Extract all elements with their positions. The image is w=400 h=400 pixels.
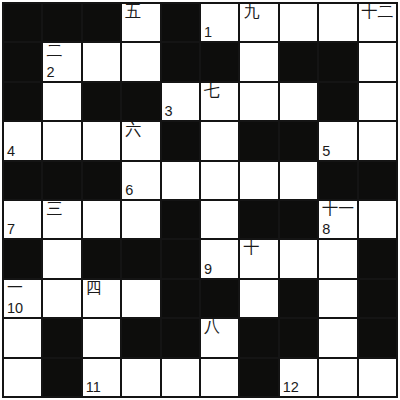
- grid-cell-r1c6[interactable]: 1: [201, 4, 238, 41]
- grid-cell-r2c10[interactable]: [359, 43, 396, 80]
- block-cell-r3c3: [83, 83, 120, 120]
- grid-cell-r1c4[interactable]: 五: [122, 4, 159, 41]
- block-cell-r5c9: [319, 162, 356, 199]
- block-cell-r2c8: [280, 43, 317, 80]
- grid-cell-r5c7[interactable]: [240, 162, 277, 199]
- block-cell-r2c1: [4, 43, 41, 80]
- grid-cell-r3c2[interactable]: [43, 83, 80, 120]
- block-cell-r7c4: [122, 240, 159, 277]
- grid-cell-r9c6[interactable]: 八: [201, 319, 238, 356]
- block-cell-r8c6: [201, 280, 238, 317]
- across-clue-number: 7: [7, 222, 15, 238]
- block-cell-r3c9: [319, 83, 356, 120]
- grid-cell-r8c4[interactable]: [122, 280, 159, 317]
- grid-cell-r3c8[interactable]: [280, 83, 317, 120]
- grid-cell-r10c10[interactable]: [359, 359, 396, 396]
- block-cell-r2c6: [201, 43, 238, 80]
- grid-cell-r8c1[interactable]: 一10: [4, 280, 41, 317]
- block-cell-r3c4: [122, 83, 159, 120]
- down-clue-number: 一: [7, 279, 23, 297]
- block-cell-r9c10: [359, 319, 396, 356]
- grid-cell-r6c1[interactable]: 7: [4, 201, 41, 238]
- block-cell-r6c8: [280, 201, 317, 238]
- grid-cell-r1c10[interactable]: 十二: [359, 4, 396, 41]
- crossword-page: 五1九十二二23七4六567三十一89十一10四八1112: [0, 0, 400, 400]
- grid-cell-r8c9[interactable]: [319, 280, 356, 317]
- grid-cell-r6c6[interactable]: [201, 201, 238, 238]
- down-clue-number: 六: [125, 121, 141, 139]
- grid-cell-r3c10[interactable]: [359, 83, 396, 120]
- block-cell-r7c5: [162, 240, 199, 277]
- across-clue-number: 2: [46, 65, 54, 81]
- grid-cell-r7c2[interactable]: [43, 240, 80, 277]
- block-cell-r5c10: [359, 162, 396, 199]
- block-cell-r1c2: [43, 4, 80, 41]
- grid-cell-r4c9[interactable]: 5: [319, 122, 356, 159]
- grid-cell-r10c1[interactable]: [4, 359, 41, 396]
- block-cell-r5c3: [83, 162, 120, 199]
- grid-cell-r4c4[interactable]: 六: [122, 122, 159, 159]
- block-cell-r4c8: [280, 122, 317, 159]
- grid-cell-r3c6[interactable]: 七: [201, 83, 238, 120]
- grid-cell-r5c6[interactable]: [201, 162, 238, 199]
- grid-cell-r1c9[interactable]: [319, 4, 356, 41]
- grid-cell-r4c3[interactable]: [83, 122, 120, 159]
- across-clue-number: 1: [204, 25, 212, 41]
- grid-cell-r6c2[interactable]: 三: [43, 201, 80, 238]
- block-cell-r10c2: [43, 359, 80, 396]
- across-clue-number: 5: [322, 144, 330, 160]
- grid-cell-r6c10[interactable]: [359, 201, 396, 238]
- block-cell-r1c3: [83, 4, 120, 41]
- grid-cell-r2c2[interactable]: 二2: [43, 43, 80, 80]
- block-cell-r8c5: [162, 280, 199, 317]
- grid-cell-r8c2[interactable]: [43, 280, 80, 317]
- across-clue-number: 10: [7, 301, 23, 317]
- block-cell-r8c10: [359, 280, 396, 317]
- grid-cell-r10c6[interactable]: [201, 359, 238, 396]
- grid-cell-r4c2[interactable]: [43, 122, 80, 159]
- block-cell-r6c5: [162, 201, 199, 238]
- across-clue-number: 4: [7, 144, 15, 160]
- block-cell-r5c1: [4, 162, 41, 199]
- grid-cell-r7c7[interactable]: 十: [240, 240, 277, 277]
- down-clue-number: 九: [243, 3, 259, 21]
- block-cell-r6c7: [240, 201, 277, 238]
- block-cell-r1c1: [4, 4, 41, 41]
- block-cell-r4c7: [240, 122, 277, 159]
- block-cell-r9c4: [122, 319, 159, 356]
- down-clue-number: 三: [46, 200, 62, 218]
- down-clue-number: 八: [204, 318, 220, 336]
- block-cell-r8c8: [280, 280, 317, 317]
- down-clue-number: 五: [125, 3, 141, 21]
- grid-cell-r10c5[interactable]: [162, 359, 199, 396]
- grid-cell-r9c3[interactable]: [83, 319, 120, 356]
- block-cell-r4c5: [162, 122, 199, 159]
- down-clue-number: 十一: [322, 200, 354, 218]
- block-cell-r7c10: [359, 240, 396, 277]
- crossword-grid: 五1九十二二23七4六567三十一89十一10四八1112: [2, 2, 398, 398]
- grid-cell-r8c3[interactable]: 四: [83, 280, 120, 317]
- block-cell-r3c1: [4, 83, 41, 120]
- across-clue-number: 8: [322, 222, 330, 238]
- grid-cell-r10c9[interactable]: [319, 359, 356, 396]
- grid-cell-r5c5[interactable]: [162, 162, 199, 199]
- across-clue-number: 11: [86, 380, 101, 396]
- block-cell-r9c8: [280, 319, 317, 356]
- down-clue-number: 四: [86, 279, 102, 297]
- grid-cell-r2c4[interactable]: [122, 43, 159, 80]
- block-cell-r7c3: [83, 240, 120, 277]
- block-cell-r9c2: [43, 319, 80, 356]
- grid-cell-r4c1[interactable]: 4: [4, 122, 41, 159]
- across-clue-number: 3: [165, 104, 173, 120]
- block-cell-r10c7: [240, 359, 277, 396]
- grid-cell-r4c6[interactable]: [201, 122, 238, 159]
- down-clue-number: 二: [46, 42, 62, 60]
- across-clue-number: 9: [204, 262, 212, 278]
- block-cell-r7c1: [4, 240, 41, 277]
- grid-cell-r9c1[interactable]: [4, 319, 41, 356]
- down-clue-number: 十二: [362, 3, 394, 21]
- block-cell-r9c5: [162, 319, 199, 356]
- grid-cell-r3c5[interactable]: 3: [162, 83, 199, 120]
- grid-cell-r2c3[interactable]: [83, 43, 120, 80]
- grid-cell-r7c8[interactable]: [280, 240, 317, 277]
- down-clue-number: 十: [243, 239, 259, 257]
- grid-cell-r1c7[interactable]: 九: [240, 4, 277, 41]
- grid-cell-r2c7[interactable]: [240, 43, 277, 80]
- grid-cell-r6c4[interactable]: [122, 201, 159, 238]
- block-cell-r9c7: [240, 319, 277, 356]
- grid-cell-r10c8[interactable]: 12: [280, 359, 317, 396]
- grid-cell-r7c9[interactable]: [319, 240, 356, 277]
- across-clue-number: 12: [283, 380, 299, 396]
- block-cell-r1c5: [162, 4, 199, 41]
- grid-cell-r1c8[interactable]: [280, 4, 317, 41]
- block-cell-r5c2: [43, 162, 80, 199]
- down-clue-number: 七: [204, 82, 220, 100]
- grid-cell-r4c10[interactable]: [359, 122, 396, 159]
- grid-cell-r6c9[interactable]: 十一8: [319, 201, 356, 238]
- grid-cell-r5c4[interactable]: 6: [122, 162, 159, 199]
- grid-cell-r6c3[interactable]: [83, 201, 120, 238]
- block-cell-r2c9: [319, 43, 356, 80]
- block-cell-r2c5: [162, 43, 199, 80]
- grid-cell-r3c7[interactable]: [240, 83, 277, 120]
- grid-cell-r10c3[interactable]: 11: [83, 359, 120, 396]
- grid-cell-r7c6[interactable]: 9: [201, 240, 238, 277]
- grid-cell-r5c8[interactable]: [280, 162, 317, 199]
- grid-cell-r9c9[interactable]: [319, 319, 356, 356]
- grid-cell-r8c7[interactable]: [240, 280, 277, 317]
- across-clue-number: 6: [125, 183, 133, 199]
- grid-cell-r10c4[interactable]: [122, 359, 159, 396]
